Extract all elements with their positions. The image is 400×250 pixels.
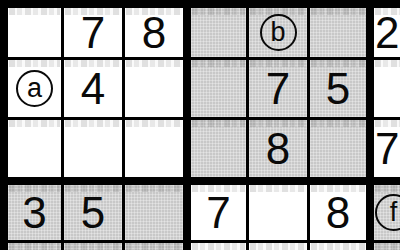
cell-r5c5[interactable] — [249, 243, 310, 250]
cell-r3c1[interactable] — [8, 120, 64, 185]
given-digit: 5 — [81, 191, 105, 235]
cell-r1c3[interactable]: 8 — [125, 8, 191, 60]
cell-r1c2[interactable]: 7 — [64, 8, 125, 60]
given-digit: 7 — [206, 191, 230, 235]
cell-r1c5[interactable]: b — [249, 8, 310, 60]
cell-r5c4[interactable] — [191, 243, 249, 250]
cell-r5c6[interactable] — [310, 243, 374, 250]
cell-r2c7[interactable] — [374, 60, 400, 120]
cell-r4c5[interactable] — [249, 185, 310, 243]
cell-r1c6[interactable] — [310, 8, 374, 60]
cell-r3c6[interactable] — [310, 120, 374, 185]
given-digit: 8 — [326, 191, 350, 235]
cell-r1c4[interactable] — [191, 8, 249, 60]
cell-r4c7[interactable]: f — [374, 185, 400, 243]
cell-r4c3[interactable] — [125, 185, 191, 243]
given-digit: 7 — [266, 67, 290, 111]
cell-r5c3[interactable] — [125, 243, 191, 250]
cell-r2c4[interactable] — [191, 60, 249, 120]
cell-r1c7[interactable]: 2 — [374, 8, 400, 60]
cell-r3c2[interactable] — [64, 120, 125, 185]
cell-r4c6[interactable]: 8 — [310, 185, 374, 243]
cell-r5c7[interactable] — [374, 243, 400, 250]
given-digit: 2 — [375, 11, 399, 55]
given-digit: 8 — [266, 127, 290, 171]
given-digit: 7 — [375, 127, 399, 171]
given-digit: 3 — [22, 191, 46, 235]
cell-r5c1[interactable] — [8, 243, 64, 250]
cell-r4c2[interactable]: 5 — [64, 185, 125, 243]
given-digit: 7 — [81, 11, 105, 55]
given-digit: 5 — [326, 67, 350, 111]
cell-r4c1[interactable]: 3 — [8, 185, 64, 243]
given-digit: 8 — [142, 11, 166, 55]
circled-letter-a: a — [16, 70, 53, 107]
circled-letter-b: b — [260, 14, 297, 51]
cell-r2c5[interactable]: 7 — [249, 60, 310, 120]
cell-r3c5[interactable]: 8 — [249, 120, 310, 185]
cell-r2c6[interactable]: 5 — [310, 60, 374, 120]
cell-r3c3[interactable] — [125, 120, 191, 185]
cell-r3c7[interactable]: 7 — [374, 120, 400, 185]
cell-r3c4[interactable] — [191, 120, 249, 185]
circled-letter-f: f — [375, 194, 400, 231]
cell-r2c1[interactable]: a — [8, 60, 64, 120]
cell-r1c1[interactable] — [8, 8, 64, 60]
cell-r5c2[interactable] — [64, 243, 125, 250]
given-digit: 4 — [81, 67, 105, 111]
cell-r2c3[interactable] — [125, 60, 191, 120]
sudoku-grid: 78b2a475873578f — [0, 0, 400, 250]
cell-r4c4[interactable]: 7 — [191, 185, 249, 243]
sudoku-screenshot-viewport: 78b2a475873578f — [0, 0, 400, 250]
cell-r2c2[interactable]: 4 — [64, 60, 125, 120]
